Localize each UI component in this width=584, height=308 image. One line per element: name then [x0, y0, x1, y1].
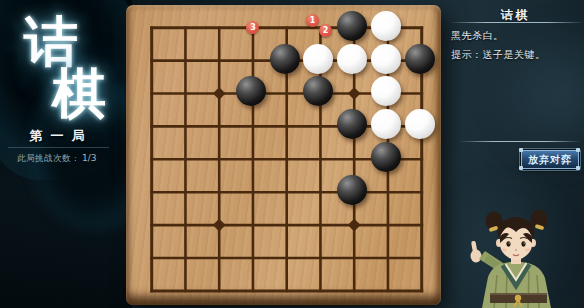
title-calligraphy-char-2: 棋 [52, 58, 106, 131]
divider [8, 147, 109, 148]
stone-white [303, 44, 333, 74]
stone-white [371, 11, 401, 41]
divider [449, 22, 584, 23]
tsumego-screen: 诘 棋 诘 棋 第一局 此局挑战次数： 1/3 123 诘棋 黑先杀白。 提示：… [0, 0, 584, 308]
hint-text: 提示：送子是关键。 [451, 48, 546, 62]
go-board[interactable]: 123 [126, 5, 441, 305]
stone-white [337, 44, 367, 74]
character-illustration [448, 205, 584, 308]
divider [459, 141, 581, 142]
stone-black [303, 76, 333, 106]
stone-white [371, 76, 401, 106]
stone-black [337, 175, 367, 205]
stone-white [371, 44, 401, 74]
left-panel: 诘 棋 诘 棋 第一局 此局挑战次数： 1/3 [0, 0, 132, 308]
stone-white [371, 109, 401, 139]
attempts-label: 此局挑战次数： [17, 153, 80, 165]
stone-black [270, 44, 300, 74]
round-label: 第一局 [4, 127, 110, 145]
board-intersections [135, 11, 439, 307]
attempts-value: 1/3 [82, 153, 96, 163]
stone-black [337, 109, 367, 139]
objective-text: 黑先杀白。 [451, 29, 504, 43]
stone-white [405, 109, 435, 139]
stone-black [371, 142, 401, 172]
stone-black [236, 76, 266, 106]
stone-black [337, 11, 367, 41]
stone-black [405, 44, 435, 74]
resign-button[interactable]: 放弃对弈 [521, 150, 579, 169]
